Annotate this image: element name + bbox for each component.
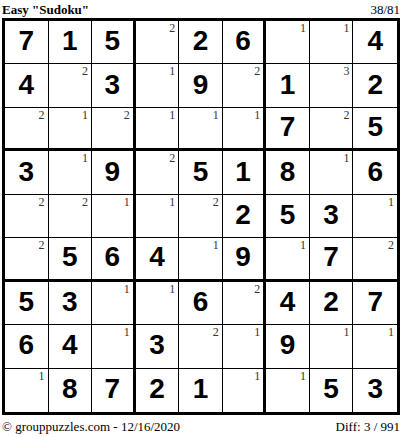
- cell-r9c5[interactable]: 1: [179, 369, 223, 412]
- cell-value: 6: [193, 288, 209, 316]
- cell-value: 6: [367, 158, 383, 186]
- cell-r6c6[interactable]: 9: [223, 238, 267, 281]
- cell-r6c5[interactable]: 1: [179, 238, 223, 281]
- cell-r4c8[interactable]: 1: [310, 151, 354, 194]
- cell-value: 5: [18, 288, 34, 316]
- pencil-mark: 1: [388, 326, 394, 339]
- pencil-mark: 1: [82, 109, 88, 122]
- pencil-mark: 2: [388, 239, 394, 252]
- header: Easy "Sudoku" 38/81: [0, 0, 402, 17]
- pencil-mark: 1: [300, 239, 306, 252]
- cell-r8c5[interactable]: 2: [179, 325, 223, 368]
- cell-r8c1[interactable]: 6: [5, 325, 49, 368]
- cell-r7c7[interactable]: 4: [266, 282, 310, 325]
- cell-r7c3[interactable]: 1: [92, 282, 136, 325]
- cell-r9c9[interactable]: 3: [353, 369, 397, 412]
- cell-r1c2[interactable]: 1: [49, 21, 93, 64]
- pencil-mark: 2: [39, 196, 45, 209]
- cell-r1c9[interactable]: 4: [353, 21, 397, 64]
- cell-r8c9[interactable]: 1: [353, 325, 397, 368]
- cell-r1c7[interactable]: 1: [266, 21, 310, 64]
- pencil-mark: 2: [213, 196, 219, 209]
- cell-value: 6: [105, 243, 121, 271]
- pencil-mark: 2: [254, 283, 260, 296]
- cell-r4c7[interactable]: 8: [266, 151, 310, 194]
- cell-r2c2[interactable]: 2: [49, 64, 93, 107]
- cell-r9c1[interactable]: 1: [5, 369, 49, 412]
- footer: © grouppuzzles.com - 12/16/2020 Diff: 3 …: [0, 415, 402, 434]
- cell-r5c1[interactable]: 2: [5, 195, 49, 238]
- cell-r2c1[interactable]: 4: [5, 64, 49, 107]
- pencil-mark: 1: [213, 109, 219, 122]
- pencil-mark: 2: [39, 109, 45, 122]
- cell-r2c6[interactable]: 2: [223, 64, 267, 107]
- cell-r3c8[interactable]: 2: [310, 108, 354, 151]
- pencil-mark: 1: [343, 326, 349, 339]
- cell-r3c5[interactable]: 1: [179, 108, 223, 151]
- pencil-mark: 1: [169, 283, 175, 296]
- pencil-mark: 2: [82, 65, 88, 78]
- cell-value: 3: [18, 158, 34, 186]
- cell-r1c3[interactable]: 5: [92, 21, 136, 64]
- cell-r3c2[interactable]: 1: [49, 108, 93, 151]
- cell-value: 4: [280, 288, 296, 316]
- cell-r8c8[interactable]: 1: [310, 325, 354, 368]
- cell-r4c4[interactable]: 2: [136, 151, 180, 194]
- cell-value: 9: [105, 158, 121, 186]
- cell-r5c7[interactable]: 5: [266, 195, 310, 238]
- pencil-mark: 1: [169, 196, 175, 209]
- cell-value: 5: [367, 113, 383, 141]
- cell-value: 7: [280, 113, 296, 141]
- pencil-mark: 2: [213, 326, 219, 339]
- cell-r3c6[interactable]: 1: [223, 108, 267, 151]
- cell-value: 2: [193, 27, 209, 55]
- cell-r2c4[interactable]: 1: [136, 64, 180, 107]
- cell-r7c6[interactable]: 2: [223, 282, 267, 325]
- cell-value: 7: [367, 288, 383, 316]
- cell-r9c8[interactable]: 5: [310, 369, 354, 412]
- cell-value: 9: [193, 71, 209, 99]
- cell-value: 7: [323, 243, 339, 271]
- cell-value: 7: [18, 27, 34, 55]
- cell-r5c2[interactable]: 2: [49, 195, 93, 238]
- cell-r4c6[interactable]: 1: [223, 151, 267, 194]
- cell-r6c9[interactable]: 2: [353, 238, 397, 281]
- cell-value: 8: [62, 375, 78, 403]
- cell-value: 1: [235, 158, 251, 186]
- pencil-mark: 1: [254, 109, 260, 122]
- cell-r4c9[interactable]: 6: [353, 151, 397, 194]
- cell-r3c9[interactable]: 5: [353, 108, 397, 151]
- cell-r6c8[interactable]: 7: [310, 238, 354, 281]
- cell-r3c1[interactable]: 2: [5, 108, 49, 151]
- cell-value: 4: [18, 71, 34, 99]
- cell-r9c4[interactable]: 2: [136, 369, 180, 412]
- cell-value: 6: [18, 331, 34, 359]
- cell-r6c2[interactable]: 5: [49, 238, 93, 281]
- cell-value: 2: [235, 201, 251, 229]
- cell-value: 1: [280, 71, 296, 99]
- cell-r5c4[interactable]: 1: [136, 195, 180, 238]
- cell-r6c3[interactable]: 6: [92, 238, 136, 281]
- sudoku-grid: 7152261144231921322121117253192518162211…: [2, 18, 400, 415]
- cell-value: 5: [323, 375, 339, 403]
- cell-r8c6[interactable]: 1: [223, 325, 267, 368]
- pencil-mark: 1: [300, 22, 306, 35]
- cell-r6c1[interactable]: 2: [5, 238, 49, 281]
- cell-value: 5: [280, 201, 296, 229]
- cell-r4c1[interactable]: 3: [5, 151, 49, 194]
- pencil-mark: 1: [169, 109, 175, 122]
- cell-value: 9: [235, 243, 251, 271]
- progress-counter: 38/81: [370, 3, 400, 17]
- pencil-mark: 2: [124, 109, 130, 122]
- cell-value: 9: [280, 331, 296, 359]
- cell-r3c7[interactable]: 7: [266, 108, 310, 151]
- pencil-mark: 1: [124, 283, 130, 296]
- cell-r7c9[interactable]: 7: [353, 282, 397, 325]
- cell-value: 7: [105, 375, 121, 403]
- cell-r5c8[interactable]: 3: [310, 195, 354, 238]
- cell-r2c5[interactable]: 9: [179, 64, 223, 107]
- pencil-mark: 1: [124, 196, 130, 209]
- cell-r4c3[interactable]: 9: [92, 151, 136, 194]
- cell-value: 4: [62, 331, 78, 359]
- cell-r8c2[interactable]: 4: [49, 325, 93, 368]
- cell-r4c2[interactable]: 1: [49, 151, 93, 194]
- cell-r9c2[interactable]: 8: [49, 369, 93, 412]
- cell-value: 2: [323, 288, 339, 316]
- cell-r8c7[interactable]: 9: [266, 325, 310, 368]
- pencil-mark: 2: [169, 22, 175, 35]
- cell-r1c5[interactable]: 2: [179, 21, 223, 64]
- pencil-mark: 1: [254, 326, 260, 339]
- cell-r9c3[interactable]: 7: [92, 369, 136, 412]
- cell-r9c7[interactable]: 1: [266, 369, 310, 412]
- cell-r7c5[interactable]: 6: [179, 282, 223, 325]
- pencil-mark: 2: [169, 152, 175, 165]
- cell-r1c1[interactable]: 7: [5, 21, 49, 64]
- cell-value: 3: [149, 331, 165, 359]
- cell-value: 3: [367, 375, 383, 403]
- pencil-mark: 1: [254, 370, 260, 383]
- cell-r6c4[interactable]: 4: [136, 238, 180, 281]
- cell-value: 3: [105, 71, 121, 99]
- pencil-mark: 1: [343, 152, 349, 165]
- cell-value: 5: [62, 243, 78, 271]
- cell-value: 1: [62, 27, 78, 55]
- cell-r1c4[interactable]: 2: [136, 21, 180, 64]
- cell-r5c5[interactable]: 2: [179, 195, 223, 238]
- cell-r7c8[interactable]: 2: [310, 282, 354, 325]
- cell-value: 2: [367, 71, 383, 99]
- cell-r9c6[interactable]: 1: [223, 369, 267, 412]
- cell-r7c2[interactable]: 3: [49, 282, 93, 325]
- pencil-mark: 1: [169, 65, 175, 78]
- cell-r3c3[interactable]: 2: [92, 108, 136, 151]
- difficulty-text: Diff: 3 / 991: [336, 419, 400, 434]
- cell-r2c3[interactable]: 3: [92, 64, 136, 107]
- cell-r1c8[interactable]: 1: [310, 21, 354, 64]
- pencil-mark: 1: [39, 370, 45, 383]
- cell-r3c4[interactable]: 1: [136, 108, 180, 151]
- cell-r5c3[interactable]: 1: [92, 195, 136, 238]
- cell-r2c9[interactable]: 2: [353, 64, 397, 107]
- pencil-mark: 1: [124, 326, 130, 339]
- cell-r1c6[interactable]: 6: [223, 21, 267, 64]
- pencil-mark: 1: [388, 196, 394, 209]
- pencil-mark: 1: [213, 239, 219, 252]
- pencil-mark: 2: [343, 109, 349, 122]
- cell-value: 6: [235, 27, 251, 55]
- copyright-text: © grouppuzzles.com - 12/16/2020: [2, 419, 180, 434]
- pencil-mark: 2: [82, 196, 88, 209]
- cell-r4c5[interactable]: 5: [179, 151, 223, 194]
- sudoku-page: Easy "Sudoku" 38/81 71522611442319213221…: [0, 0, 402, 437]
- pencil-mark: 1: [343, 22, 349, 35]
- cell-r6c7[interactable]: 1: [266, 238, 310, 281]
- cell-value: 4: [367, 27, 383, 55]
- pencil-mark: 3: [343, 65, 349, 78]
- cell-value: 4: [149, 243, 165, 271]
- cell-r7c4[interactable]: 1: [136, 282, 180, 325]
- page-title: Easy "Sudoku": [2, 3, 89, 17]
- cell-value: 3: [62, 288, 78, 316]
- cell-value: 1: [193, 375, 209, 403]
- pencil-mark: 1: [82, 152, 88, 165]
- cell-r2c7[interactable]: 1: [266, 64, 310, 107]
- pencil-mark: 1: [300, 370, 306, 383]
- cell-value: 5: [105, 27, 121, 55]
- pencil-mark: 2: [254, 65, 260, 78]
- pencil-mark: 2: [39, 239, 45, 252]
- cell-value: 8: [280, 158, 296, 186]
- cell-r8c3[interactable]: 1: [92, 325, 136, 368]
- cell-r7c1[interactable]: 5: [5, 282, 49, 325]
- cell-r2c8[interactable]: 3: [310, 64, 354, 107]
- cell-value: 5: [193, 158, 209, 186]
- cell-r5c9[interactable]: 1: [353, 195, 397, 238]
- cell-r8c4[interactable]: 3: [136, 325, 180, 368]
- cell-r5c6[interactable]: 2: [223, 195, 267, 238]
- cell-value: 3: [323, 201, 339, 229]
- cell-value: 2: [149, 375, 165, 403]
